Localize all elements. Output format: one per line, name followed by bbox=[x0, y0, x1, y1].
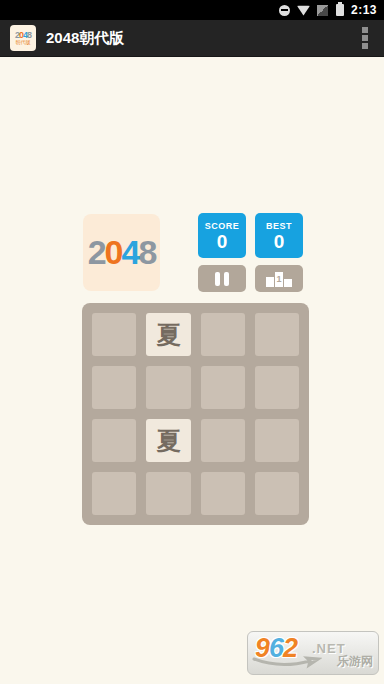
pause-icon bbox=[215, 272, 220, 286]
empty-cell bbox=[201, 472, 245, 515]
action-bar: 2048 朝代版 2048朝代版 bbox=[0, 20, 384, 57]
score-box: SCORE 0 bbox=[198, 213, 246, 258]
watermark-badge: 962 .NET 乐游网 bbox=[247, 631, 379, 675]
podium-icon: 1 bbox=[266, 270, 292, 287]
screen: 2:13 2048 朝代版 2048朝代版 2048 SCORE 0 BEST … bbox=[0, 0, 384, 684]
score-value: 0 bbox=[217, 232, 228, 251]
wifi-icon bbox=[297, 5, 310, 16]
empty-cell bbox=[146, 366, 190, 409]
empty-cell bbox=[255, 419, 299, 462]
best-label: BEST bbox=[266, 221, 292, 231]
empty-cell bbox=[92, 419, 136, 462]
battery-icon bbox=[336, 4, 344, 16]
empty-cell bbox=[255, 313, 299, 356]
no-signal-icon bbox=[317, 5, 328, 16]
empty-cell bbox=[201, 366, 245, 409]
do-not-disturb-icon bbox=[279, 5, 290, 16]
clock: 2:13 bbox=[351, 3, 377, 17]
status-bar: 2:13 bbox=[0, 0, 384, 20]
empty-cell bbox=[92, 366, 136, 409]
score-label: SCORE bbox=[205, 221, 240, 231]
leaderboard-button[interactable]: 1 bbox=[255, 265, 303, 292]
watermark-site-name: 乐游网 bbox=[337, 653, 373, 670]
overflow-menu-icon[interactable] bbox=[356, 23, 374, 53]
app-icon-subtext: 朝代版 bbox=[16, 40, 31, 45]
best-box: BEST 0 bbox=[255, 213, 303, 258]
empty-cell bbox=[146, 472, 190, 515]
svg-text:1: 1 bbox=[276, 274, 281, 284]
empty-cell bbox=[201, 313, 245, 356]
game-logo-text: 2048 bbox=[88, 233, 156, 272]
empty-cell bbox=[255, 472, 299, 515]
watermark-swoosh-arrow bbox=[252, 655, 322, 669]
tile-夏: 夏 bbox=[146, 313, 190, 356]
empty-cell bbox=[92, 313, 136, 356]
empty-cell bbox=[201, 419, 245, 462]
empty-cell bbox=[92, 472, 136, 515]
best-value: 0 bbox=[274, 232, 285, 251]
game-logo-tile: 2048 bbox=[83, 214, 160, 291]
empty-cell bbox=[255, 366, 299, 409]
tile-夏: 夏 bbox=[146, 419, 190, 462]
pause-button[interactable] bbox=[198, 265, 246, 292]
app-title: 2048朝代版 bbox=[46, 29, 124, 48]
app-icon: 2048 朝代版 bbox=[10, 25, 36, 51]
board-grid[interactable]: 夏夏 bbox=[82, 303, 309, 525]
